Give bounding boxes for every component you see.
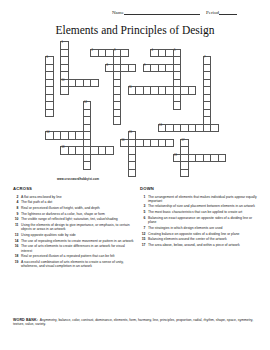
clue-item-text: The arrangement of elements that makes i… [148,195,257,203]
clue-item: 2A flat area enclosed by line [13,195,134,199]
clue-item-number: 2 [13,195,19,199]
clue-item-text: Creating balance on opposite sides of a … [148,232,239,236]
clue-item-text: A flat area enclosed by line [21,195,62,199]
name-blank-line [124,9,200,15]
word-bank-words: Asymmetry, balance, color, contrast, dom… [13,318,253,326]
crossword-grid: 12345678910111213141516171819 [45,41,226,177]
grid-cell [218,154,227,163]
clue-number: 10 [62,80,65,83]
grid-cell [45,109,54,118]
clue-item-text: Using the elements of design to give imp… [21,223,130,231]
clue-item-number: 19 [13,260,19,264]
clue-number: 15 [129,132,132,135]
grid-cell [180,169,189,178]
clue-item: 5The most basic characteristics that can… [140,210,259,214]
grid-cell [113,116,122,125]
across-clues-section: ACROSS 2A flat area enclosed by line4The… [13,186,134,270]
clue-item-text: The use of repeating elements to create … [21,239,134,243]
down-clues-section: DOWN 1The arrangement of elements that m… [140,186,259,249]
grid-cell [165,139,174,148]
clue-item-text: The area above, below, around, and withi… [148,243,240,247]
clue-item: 19A successful combination of arts eleme… [13,260,134,269]
clue-item-number: 8 [13,206,19,210]
clue-number: 6 [47,57,48,60]
clue-item: 9The lightness or darkness of a color, h… [13,212,134,216]
word-bank: WORD BANK: Asymmetry, balance, color, co… [13,318,259,327]
grid-cell [60,86,69,95]
clue-item: 6Balancing an exact appearance on opposi… [140,216,259,225]
clue-number: 19 [174,155,177,158]
clue-item: 7The strategies in which design elements… [140,226,259,230]
grid-cell [90,79,99,88]
clue-number: 9 [144,65,145,68]
clue-item: 17The area above, below, around, and wit… [140,243,259,247]
clue-item-text: The relationship of size and placement b… [148,204,255,208]
clue-item-text: The strategies in which design elements … [148,226,222,230]
clue-number: 16 [122,140,125,143]
clue-item: 1The arrangement of elements that makes … [140,195,259,204]
clue-item-number: 18 [13,254,19,258]
across-heading: ACROSS [13,186,134,191]
clue-item-text: A successful combination of arts element… [21,260,124,268]
clue-item-text: Balancing elements around the center of … [148,237,227,241]
grid-cell [105,146,114,155]
worksheet-page: NamePeriod Elements and Principles of De… [0,0,270,350]
clue-number: 2 [92,50,93,53]
grid-cell [128,169,137,178]
clue-item-number: 3 [140,204,146,208]
clue-item-number: 16 [13,244,19,248]
clue-item: 15Balancing elements around the center o… [140,237,259,241]
clue-number: 11 [129,87,132,90]
clue-item-text: Balancing an exact appearance on opposit… [148,216,252,224]
clue-item-number: 4 [13,200,19,204]
clue-item: 14The use of repeating elements to creat… [13,239,134,243]
clue-number: 3 [114,50,115,53]
clue-item-text: Real or perceived illusion of a repeated… [21,254,115,258]
clue-item-text: Using opposite qualities side by side [21,233,76,237]
period-blank-line [219,9,237,15]
grid-cell [120,49,129,58]
clue-item: 10The visible range of reflected light; … [13,217,134,221]
clue-item: 12Creating balance on opposite sides of … [140,232,259,236]
clue-item-text: The use of arts elements to create diffe… [21,244,125,252]
clue-number: 5 [174,50,175,53]
clue-item: 13Using opposite qualities side by side [13,233,134,237]
clue-item: 18Real or perceived illusion of a repeat… [13,254,134,258]
grid-cell [83,161,92,170]
clue-item-text: The flat path of a dot [21,200,52,204]
down-heading: DOWN [140,186,259,191]
clue-item-number: 6 [140,216,146,220]
clue-item-number: 17 [140,243,146,247]
clue-item-number: 1 [140,195,146,199]
clue-number: 4 [152,50,153,53]
clue-item-text: Real or perceived illusion of height, wi… [21,206,100,210]
word-bank-label: WORD BANK: [13,318,38,322]
clue-item-number: 12 [140,232,146,236]
clue-number: 17 [182,140,185,143]
name-period-row: NamePeriod [112,9,237,15]
watermark-text: www.crosswordhobbyist.com [57,177,99,181]
clue-item-text: The most basic characteristics that can … [148,210,242,214]
clue-item: 11Using the elements of design to give i… [13,223,134,232]
clue-item-text: The visible range of reflected light; sa… [21,217,118,221]
clue-number: 1 [62,42,63,45]
clue-item: 4The flat path of a dot [13,200,134,204]
clue-item: 16The use of arts elements to create dif… [13,244,134,253]
name-label: Name [112,10,124,15]
page-title: Elements and Principles of Design [0,24,270,36]
clue-item-number: 13 [13,233,19,237]
clue-item-number: 15 [140,237,146,241]
clue-number: 12 [84,102,87,105]
clue-number: 13 [159,125,162,128]
grid-cell [128,64,137,73]
clue-item: 3The relationship of size and placement … [140,204,259,208]
clue-number: 14 [47,132,50,135]
clue-item-number: 5 [140,210,146,214]
grid-cell [210,124,219,133]
clue-item-number: 9 [13,212,19,216]
clue-item-number: 11 [13,223,19,227]
clue-item-number: 10 [13,217,19,221]
clue-number: 8 [107,65,108,68]
down-clue-list: 1The arrangement of elements that makes … [140,195,259,248]
clue-item-text: The lightness or darkness of a color, hu… [21,212,105,216]
clue-item-number: 7 [140,226,146,230]
period-label: Period [206,10,219,15]
across-clue-list: 2A flat area enclosed by line4The flat p… [13,195,134,269]
clue-number: 7 [204,57,205,60]
clue-item-number: 14 [13,239,19,243]
clue-item: 8Real or perceived illusion of height, w… [13,206,134,210]
clue-number: 18 [62,147,65,150]
grid-cell [173,101,182,110]
grid-cell [188,86,197,95]
